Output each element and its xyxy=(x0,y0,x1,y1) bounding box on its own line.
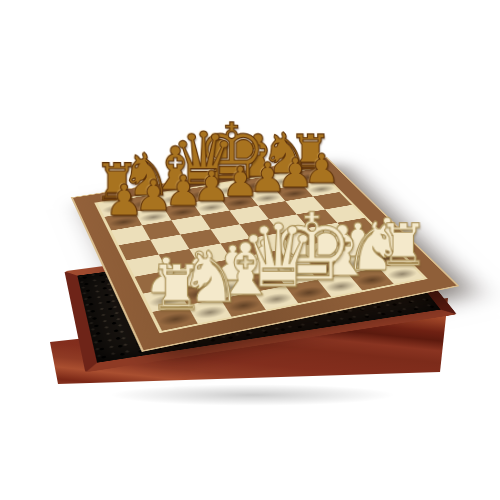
piece-black-b-c8: ♝ xyxy=(133,141,217,201)
square-g8 xyxy=(264,173,301,189)
piece-black-r-h8: ♜ xyxy=(270,130,351,179)
piece-black-p-h7: ♟ xyxy=(280,149,363,189)
square-d6 xyxy=(201,211,240,230)
square-d7 xyxy=(192,198,230,216)
square-b7 xyxy=(134,207,171,225)
piece-black-p-e7: ♟ xyxy=(198,162,283,204)
square-c8 xyxy=(155,190,192,207)
piece-black-n-g8: ♞ xyxy=(244,127,326,183)
piece-black-r-a8: ♜ xyxy=(74,158,160,210)
square-f7 xyxy=(247,189,285,206)
square-e5 xyxy=(239,219,279,238)
piece-black-p-f7: ♟ xyxy=(226,158,310,199)
square-e6 xyxy=(229,206,268,224)
square-f6 xyxy=(258,201,297,219)
piece-black-p-a7: ♟ xyxy=(80,180,168,223)
square-a7 xyxy=(104,212,141,231)
square-f5 xyxy=(268,214,308,233)
square-g6 xyxy=(285,197,324,215)
square-h8 xyxy=(291,169,328,185)
square-e7 xyxy=(220,193,258,210)
square-h7 xyxy=(301,180,339,197)
square-e8 xyxy=(211,181,248,198)
piece-black-p-b7: ♟ xyxy=(110,175,197,218)
square-c6 xyxy=(171,215,210,234)
piece-black-k-e8: ♚ xyxy=(190,115,273,193)
square-f8 xyxy=(238,177,275,193)
piece-black-p-g7: ♟ xyxy=(253,154,336,195)
scene: ♜♞♝♛♚♝♞♜♟♟♟♟♟♟♟♟♟♟♟♟♟♟♟♟♜♞♝♛♚♝♞♜ xyxy=(0,0,500,500)
square-h6 xyxy=(313,192,352,209)
piece-black-p-c7: ♟ xyxy=(140,171,226,213)
square-a8 xyxy=(98,199,134,217)
product-photo: ♜♞♝♛♚♝♞♜♟♟♟♟♟♟♟♟♟♟♟♟♟♟♟♟♜♞♝♛♚♝♞♜ xyxy=(0,0,500,500)
square-c7 xyxy=(163,202,201,220)
piece-black-b-f8: ♝ xyxy=(217,129,299,188)
piece-black-n-b8: ♞ xyxy=(104,147,189,206)
square-h4 xyxy=(337,218,379,237)
square-g5 xyxy=(297,209,337,228)
square-h5 xyxy=(324,205,364,223)
piece-black-q-d8: ♛ xyxy=(162,124,246,197)
square-d8 xyxy=(183,185,220,202)
square-b8 xyxy=(127,194,163,211)
square-g7 xyxy=(275,184,313,201)
piece-black-p-d7: ♟ xyxy=(169,166,255,208)
